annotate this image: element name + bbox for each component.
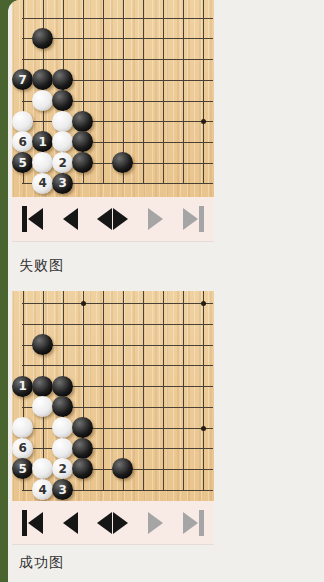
board-mark [22, 18, 213, 19]
go-stone [32, 69, 53, 90]
board-mark [201, 301, 206, 306]
go-stone [12, 111, 33, 132]
go-stone [72, 438, 93, 459]
skip-to-start-button[interactable] [22, 510, 43, 536]
prev-next-toggle-icon [97, 512, 128, 534]
skip-to-end-icon [183, 510, 204, 536]
next-move-icon [148, 512, 163, 534]
success-caption: 成功图 [12, 554, 64, 572]
go-stone: 7 [12, 69, 33, 90]
board-mark [201, 426, 206, 431]
board-mark [22, 121, 213, 122]
failure-caption: 失败图 [12, 257, 64, 275]
board-mark [81, 301, 86, 306]
next-move-button[interactable] [148, 208, 163, 230]
board-mark [22, 428, 213, 429]
board-mark [143, 291, 144, 491]
go-stone: 4 [32, 173, 53, 194]
go-stone [12, 417, 33, 438]
board-mark [183, 291, 184, 491]
move-number: 3 [59, 177, 67, 189]
go-stone: 1 [12, 376, 33, 397]
go-stone: 3 [52, 173, 73, 194]
move-number: 4 [39, 177, 47, 189]
board-mark [143, 0, 144, 184]
board-mark [163, 291, 164, 491]
board-mark [103, 291, 104, 491]
go-stone: 6 [12, 131, 33, 152]
move-nav-success [12, 501, 214, 545]
move-nav-failure [12, 197, 214, 242]
previous-move-icon [63, 208, 78, 230]
board-mark [22, 303, 213, 304]
skip-to-end-button[interactable] [183, 206, 204, 232]
failure-caption-row: 失败图 [12, 241, 324, 291]
move-number: 2 [59, 157, 67, 169]
skip-to-start-button[interactable] [22, 206, 43, 232]
go-stone: 6 [12, 438, 33, 459]
go-stone [32, 28, 53, 49]
board-mark [22, 59, 213, 60]
board-mark [22, 324, 213, 325]
go-stone: 5 [12, 458, 33, 479]
go-stone [52, 376, 73, 397]
previous-move-button[interactable] [63, 208, 78, 230]
move-number: 1 [19, 380, 27, 392]
go-board-failure[interactable]: 7615243 [12, 0, 214, 197]
prev-next-toggle-button[interactable] [97, 512, 128, 534]
next-move-icon [148, 208, 163, 230]
go-stone [112, 458, 133, 479]
move-number: 5 [19, 157, 27, 169]
board-mark [163, 0, 164, 184]
go-stone [72, 152, 93, 173]
prev-next-toggle-icon [97, 208, 128, 230]
go-stone [32, 152, 53, 173]
go-stone [32, 90, 53, 111]
go-stone [52, 111, 73, 132]
next-move-button[interactable] [148, 512, 163, 534]
success-caption-row: 成功图 [12, 544, 324, 582]
go-stone [52, 417, 73, 438]
go-stone [72, 111, 93, 132]
go-stone [52, 396, 73, 417]
prev-next-toggle-button[interactable] [97, 208, 128, 230]
go-stone [52, 438, 73, 459]
previous-move-button[interactable] [63, 512, 78, 534]
go-stone [72, 131, 93, 152]
board-mark [183, 0, 184, 184]
go-stone [72, 458, 93, 479]
go-stone [32, 396, 53, 417]
move-number: 2 [59, 463, 67, 475]
go-stone: 2 [52, 458, 73, 479]
skip-to-end-button[interactable] [183, 510, 204, 536]
move-number: 6 [19, 136, 27, 148]
go-stone [32, 458, 53, 479]
move-number: 7 [19, 74, 27, 86]
go-stone: 1 [32, 131, 53, 152]
move-number: 5 [19, 463, 27, 475]
move-number: 3 [59, 484, 67, 496]
go-stone [32, 376, 53, 397]
go-stone [32, 334, 53, 355]
go-stone [52, 69, 73, 90]
go-stone [112, 152, 133, 173]
move-number: 1 [39, 136, 47, 148]
skip-to-start-icon [22, 206, 43, 232]
skip-to-start-icon [22, 510, 43, 536]
go-stone: 3 [52, 479, 73, 500]
go-stone: 4 [32, 479, 53, 500]
go-stone [52, 131, 73, 152]
board-mark [103, 0, 104, 184]
go-stone [72, 417, 93, 438]
skip-to-end-icon [183, 206, 204, 232]
go-stone: 5 [12, 152, 33, 173]
move-number: 4 [39, 484, 47, 496]
board-mark [203, 291, 204, 491]
board-mark [203, 0, 204, 184]
board-mark [22, 448, 213, 449]
previous-move-icon [63, 512, 78, 534]
go-stone [52, 90, 73, 111]
go-board-success[interactable]: 165243 [12, 291, 214, 501]
move-number: 6 [19, 442, 27, 454]
board-mark [22, 365, 213, 366]
go-stone: 2 [52, 152, 73, 173]
board-mark [201, 119, 206, 124]
content-page: 7615243 失败图 165243 [8, 0, 324, 582]
